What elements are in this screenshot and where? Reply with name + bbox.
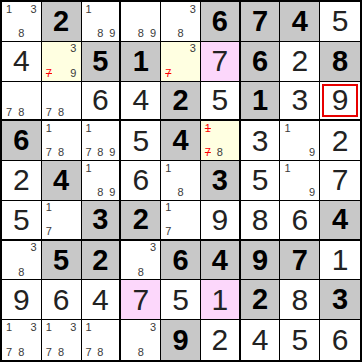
given-digit: 1	[252, 86, 268, 115]
cell-r2c6[interactable]: 7	[201, 42, 241, 82]
given-digit: 6	[252, 47, 268, 76]
given-digit: 2	[92, 246, 108, 275]
pencil-marks: 379	[43, 43, 80, 80]
given-digit: 5	[53, 246, 69, 275]
empty-candidate-slot	[174, 226, 186, 238]
solved-digit: 4	[13, 46, 30, 76]
empty-candidate-slot	[43, 135, 55, 147]
empty-candidate-slot	[174, 55, 186, 67]
cell-r9c9[interactable]: 6	[320, 320, 360, 360]
pencil-marks: 178	[43, 122, 80, 159]
empty-candidate-slot	[83, 15, 95, 27]
cell-r3c8[interactable]: 3	[280, 82, 320, 122]
empty-candidate-slot	[94, 334, 106, 347]
pencil-marks: 1378	[43, 321, 80, 359]
solved-digit: 6	[332, 325, 349, 355]
empty-candidate-slot	[187, 15, 199, 27]
given-digit: 4	[332, 205, 348, 234]
empty-candidate-slot	[174, 174, 186, 186]
empty-candidate-slot	[106, 3, 118, 15]
cell-r9c5[interactable]: 9	[161, 320, 201, 360]
cell-r5c3[interactable]: 189	[82, 161, 122, 201]
cell-r9c3[interactable]: 178	[82, 320, 122, 360]
solved-digit: 8	[252, 205, 269, 235]
empty-candidate-slot	[43, 334, 55, 347]
given-digit: 3	[212, 166, 228, 195]
cell-r7c7[interactable]: 9	[241, 241, 281, 281]
empty-candidate-slot	[28, 266, 40, 278]
cell-r3c2[interactable]: 78	[42, 82, 82, 122]
solved-digit: 3	[252, 126, 269, 156]
given-digit: 5	[92, 47, 108, 76]
solved-digit: 6	[291, 205, 308, 235]
cell-r3c3[interactable]: 6	[82, 82, 122, 122]
cell-r9c6[interactable]: 2	[201, 320, 241, 360]
empty-candidate-slot	[94, 122, 106, 134]
candidate-7: 7	[43, 346, 55, 359]
cell-r1c8[interactable]: 4	[280, 2, 320, 42]
empty-candidate-slot	[122, 28, 134, 40]
empty-candidate-slot	[67, 214, 79, 226]
empty-candidate-slot	[122, 3, 134, 15]
cell-r8c2[interactable]: 6	[42, 280, 82, 320]
cell-r1c7[interactable]: 7	[241, 2, 281, 42]
cell-r7c5[interactable]: 6	[161, 241, 201, 281]
empty-candidate-slot	[67, 122, 79, 134]
empty-candidate-slot	[187, 214, 199, 226]
candidate-9: 9	[106, 147, 118, 159]
empty-candidate-slot	[162, 214, 174, 226]
solved-digit: 5	[291, 325, 308, 355]
solved-digit: 4	[92, 285, 109, 315]
cell-r1c4[interactable]: 89	[121, 2, 161, 42]
empty-candidate-slot	[15, 3, 27, 15]
candidate-8: 8	[94, 187, 106, 199]
empty-candidate-slot	[147, 15, 159, 27]
empty-candidate-slot	[3, 242, 15, 254]
given-digit: 3	[332, 285, 348, 314]
solved-digit: 2	[13, 165, 30, 195]
given-digit: 6	[212, 7, 228, 36]
solved-digit: 2	[291, 46, 308, 76]
candidate-9: 9	[106, 28, 118, 40]
cell-r7c8[interactable]: 7	[280, 241, 320, 281]
empty-candidate-slot	[106, 346, 118, 359]
candidate-7: 7	[83, 147, 95, 159]
cell-r8c9[interactable]: 3	[320, 280, 360, 320]
cell-r8c7[interactable]: 2	[241, 280, 281, 320]
solved-digit: 6	[92, 85, 109, 115]
cell-r5c9[interactable]: 7	[320, 161, 360, 201]
cell-r5c7[interactable]: 5	[241, 161, 281, 201]
solved-digit: 2	[211, 325, 228, 355]
empty-candidate-slot	[94, 3, 106, 15]
empty-candidate-slot	[226, 147, 238, 159]
solved-digit: 5	[252, 165, 269, 195]
cell-r5c8[interactable]: 19	[280, 161, 320, 201]
empty-candidate-slot	[83, 187, 95, 199]
candidate-8: 8	[55, 147, 67, 159]
empty-candidate-slot	[43, 83, 55, 95]
cell-r2c1[interactable]: 4	[2, 42, 42, 82]
given-digit: 9	[252, 246, 268, 275]
cell-r3c5[interactable]: 2	[161, 82, 201, 122]
empty-candidate-slot	[135, 254, 147, 266]
empty-candidate-slot	[15, 334, 27, 347]
empty-candidate-slot	[67, 202, 79, 214]
candidate-8: 8	[94, 346, 106, 359]
cell-r8c1[interactable]: 9	[2, 280, 42, 320]
empty-candidate-slot	[67, 334, 79, 347]
solved-digit: 5	[13, 205, 30, 235]
cell-r9c4[interactable]: 38	[121, 320, 161, 360]
empty-candidate-slot	[28, 28, 40, 40]
given-digit: 9	[172, 326, 188, 355]
cell-r5c6[interactable]: 3	[201, 161, 241, 201]
solved-digit: 5	[211, 85, 228, 115]
pencil-marks: 38	[122, 321, 159, 359]
empty-candidate-slot	[174, 214, 186, 226]
empty-candidate-slot	[55, 43, 67, 55]
empty-candidate-slot	[294, 174, 306, 186]
pencil-marks: 78	[43, 83, 80, 119]
pencil-marks: 17	[162, 202, 199, 238]
empty-candidate-slot	[15, 242, 27, 254]
pencil-marks: 19	[281, 162, 318, 199]
cell-r3c7[interactable]: 1	[241, 82, 281, 122]
cell-r4c4[interactable]: 5	[121, 121, 161, 161]
empty-candidate-slot	[135, 242, 147, 254]
empty-candidate-slot	[15, 15, 27, 27]
empty-candidate-slot	[147, 254, 159, 266]
empty-candidate-slot	[3, 15, 15, 27]
candidate-9: 9	[306, 147, 318, 159]
empty-candidate-slot	[187, 202, 199, 214]
empty-candidate-slot	[306, 174, 318, 186]
cell-r7c2[interactable]: 5	[42, 241, 82, 281]
solved-digit: 7	[132, 285, 149, 315]
empty-candidate-slot	[147, 334, 159, 347]
cell-r8c5[interactable]: 5	[161, 280, 201, 320]
candidate-1: 1	[83, 162, 95, 174]
cell-r7c1[interactable]: 38	[2, 241, 42, 281]
empty-candidate-slot	[306, 162, 318, 174]
empty-candidate-slot	[122, 266, 134, 278]
empty-candidate-slot	[135, 321, 147, 334]
empty-candidate-slot	[15, 94, 27, 106]
empty-candidate-slot	[55, 122, 67, 134]
cell-r1c1[interactable]: 138	[2, 2, 42, 42]
empty-candidate-slot	[162, 3, 174, 15]
empty-candidate-slot	[122, 346, 134, 359]
empty-candidate-slot	[43, 55, 55, 67]
cell-r7c6[interactable]: 4	[201, 241, 241, 281]
candidate-3: 3	[147, 242, 159, 254]
empty-candidate-slot	[28, 94, 40, 106]
candidate-3: 3	[28, 242, 40, 254]
cell-r6c3[interactable]: 3	[82, 201, 122, 241]
cell-r9c2[interactable]: 1378	[42, 320, 82, 360]
empty-candidate-slot	[67, 55, 79, 67]
candidate-1: 1	[162, 162, 174, 174]
cell-r6c1[interactable]: 5	[2, 201, 42, 241]
cell-r6c2[interactable]: 17	[42, 201, 82, 241]
empty-candidate-slot	[174, 15, 186, 27]
empty-candidate-slot	[3, 28, 15, 40]
pencil-marks: 38	[162, 3, 199, 40]
cell-r8c3[interactable]: 4	[82, 280, 122, 320]
pencil-marks: 18	[162, 162, 199, 199]
empty-candidate-slot	[15, 321, 27, 334]
given-digit: 2	[172, 86, 188, 115]
empty-candidate-slot	[187, 187, 199, 199]
empty-candidate-slot	[55, 135, 67, 147]
cell-r2c7[interactable]: 6	[241, 42, 281, 82]
empty-candidate-slot	[28, 254, 40, 266]
candidate-1: 1	[162, 202, 174, 214]
given-digit: 2	[133, 205, 149, 234]
cell-r7c9[interactable]: 1	[320, 241, 360, 281]
cell-r3c6[interactable]: 5	[201, 82, 241, 122]
sudoku-board: 1382189893867454379513776287878642513961…	[0, 0, 362, 362]
empty-candidate-slot	[106, 174, 118, 186]
cell-r8c4[interactable]: 7	[121, 280, 161, 320]
empty-candidate-slot	[55, 83, 67, 95]
empty-candidate-slot	[15, 254, 27, 266]
cell-r8c6[interactable]: 1	[201, 280, 241, 320]
pencil-marks: 178	[83, 321, 119, 359]
candidate-8: 8	[15, 28, 27, 40]
empty-candidate-slot	[187, 55, 199, 67]
candidate-7: 7	[43, 226, 55, 238]
empty-candidate-slot	[94, 321, 106, 334]
empty-candidate-slot	[106, 321, 118, 334]
empty-candidate-slot	[55, 214, 67, 226]
empty-candidate-slot	[135, 334, 147, 347]
given-digit: 4	[292, 7, 308, 36]
empty-candidate-slot	[162, 187, 174, 199]
candidate-1: 1	[43, 202, 55, 214]
empty-candidate-slot	[43, 214, 55, 226]
empty-candidate-slot	[55, 94, 67, 106]
candidate-9: 9	[106, 187, 118, 199]
candidate-1: 1	[83, 122, 95, 134]
empty-candidate-slot	[83, 334, 95, 347]
empty-candidate-slot	[162, 174, 174, 186]
empty-candidate-slot	[122, 334, 134, 347]
candidate-1: 1	[3, 3, 15, 15]
solved-digit: 5	[172, 285, 189, 315]
eliminated-candidate-7: 7	[202, 147, 214, 159]
empty-candidate-slot	[15, 83, 27, 95]
candidate-7: 7	[43, 106, 55, 118]
candidate-1: 1	[3, 321, 15, 334]
cell-r4c7[interactable]: 3	[241, 121, 281, 161]
candidate-1: 1	[281, 162, 293, 174]
empty-candidate-slot	[94, 135, 106, 147]
cell-r2c2[interactable]: 379	[42, 42, 82, 82]
cell-r4c8[interactable]: 19	[280, 121, 320, 161]
empty-candidate-slot	[187, 174, 199, 186]
cell-r7c4[interactable]: 38	[121, 241, 161, 281]
candidate-8: 8	[174, 28, 186, 40]
empty-candidate-slot	[174, 43, 186, 55]
cell-r2c9[interactable]: 8	[320, 42, 360, 82]
empty-candidate-slot	[122, 15, 134, 27]
candidate-8: 8	[135, 346, 147, 359]
given-digit: 6	[13, 126, 29, 155]
cell-r4c5[interactable]: 4	[161, 121, 201, 161]
cell-r2c5[interactable]: 37	[161, 42, 201, 82]
cell-r5c2[interactable]: 4	[42, 161, 82, 201]
cell-r7c3[interactable]: 2	[82, 241, 122, 281]
given-digit: 1	[133, 47, 149, 76]
cell-r1c3[interactable]: 189	[82, 2, 122, 42]
empty-candidate-slot	[94, 162, 106, 174]
cell-r4c6[interactable]: 178	[201, 121, 241, 161]
empty-candidate-slot	[294, 147, 306, 159]
cell-r6c8[interactable]: 6	[280, 201, 320, 241]
empty-candidate-slot	[214, 122, 226, 134]
pencil-marks: 189	[83, 3, 119, 40]
cell-r6c5[interactable]: 17	[161, 201, 201, 241]
solved-digit: 4	[132, 85, 149, 115]
solved-digit: 9	[13, 285, 30, 315]
cell-r2c3[interactable]: 5	[82, 42, 122, 82]
candidate-1: 1	[281, 122, 293, 134]
given-digit: 3	[92, 205, 108, 234]
candidate-9: 9	[67, 67, 79, 79]
empty-candidate-slot	[147, 266, 159, 278]
cell-r4c2[interactable]: 178	[42, 121, 82, 161]
cell-r4c1[interactable]: 6	[2, 121, 42, 161]
empty-candidate-slot	[214, 135, 226, 147]
candidate-3: 3	[28, 321, 40, 334]
solved-digit: 5	[132, 126, 149, 156]
candidate-8: 8	[55, 346, 67, 359]
solved-digit: 6	[53, 285, 70, 315]
candidate-8: 8	[174, 187, 186, 199]
cell-r9c1[interactable]: 1378	[2, 320, 42, 360]
candidate-7: 7	[162, 226, 174, 238]
eliminated-candidate-7: 7	[162, 67, 174, 79]
empty-candidate-slot	[28, 83, 40, 95]
empty-candidate-slot	[55, 202, 67, 214]
solved-digit: 8	[291, 285, 308, 315]
empty-candidate-slot	[162, 43, 174, 55]
pencil-marks: 38	[3, 242, 40, 279]
cell-r2c8[interactable]: 2	[280, 42, 320, 82]
cell-r9c8[interactable]: 5	[280, 320, 320, 360]
candidate-1: 1	[83, 321, 95, 334]
cell-r1c5[interactable]: 38	[161, 2, 201, 42]
empty-candidate-slot	[67, 226, 79, 238]
candidate-7: 7	[3, 346, 15, 359]
empty-candidate-slot	[3, 83, 15, 95]
empty-candidate-slot	[147, 346, 159, 359]
empty-candidate-slot	[294, 135, 306, 147]
pencil-marks: 19	[281, 122, 318, 159]
solved-digit: 4	[252, 325, 269, 355]
cell-r5c4[interactable]: 6	[121, 161, 161, 201]
pencil-marks: 1789	[83, 122, 119, 159]
empty-candidate-slot	[162, 28, 174, 40]
cell-r2c4[interactable]: 1	[121, 42, 161, 82]
cell-r5c1[interactable]: 2	[2, 161, 42, 201]
candidate-1: 1	[83, 3, 95, 15]
solved-digit: 7	[211, 46, 228, 76]
solved-digit: 7	[332, 165, 349, 195]
empty-candidate-slot	[55, 321, 67, 334]
empty-candidate-slot	[306, 135, 318, 147]
cell-r3c1[interactable]: 78	[2, 82, 42, 122]
solved-digit: 1	[332, 245, 349, 275]
candidate-1: 1	[43, 321, 55, 334]
empty-candidate-slot	[135, 15, 147, 27]
cell-r1c9[interactable]: 5	[320, 2, 360, 42]
empty-candidate-slot	[187, 162, 199, 174]
cell-r4c9[interactable]: 2	[320, 121, 360, 161]
empty-candidate-slot	[3, 334, 15, 347]
empty-candidate-slot	[83, 28, 95, 40]
cell-r6c7[interactable]: 8	[241, 201, 281, 241]
candidate-8: 8	[15, 106, 27, 118]
empty-candidate-slot	[55, 67, 67, 79]
cell-r9c7[interactable]: 4	[241, 320, 281, 360]
cell-r1c6[interactable]: 6	[201, 2, 241, 42]
candidate-3: 3	[67, 43, 79, 55]
pencil-marks: 37	[162, 43, 199, 80]
empty-candidate-slot	[83, 135, 95, 147]
given-digit: 4	[212, 246, 228, 275]
empty-candidate-slot	[147, 3, 159, 15]
candidate-8: 8	[135, 266, 147, 278]
candidate-8: 8	[214, 147, 226, 159]
empty-candidate-slot	[55, 226, 67, 238]
empty-candidate-slot	[226, 135, 238, 147]
empty-candidate-slot	[135, 3, 147, 15]
cell-r6c6[interactable]: 9	[201, 201, 241, 241]
empty-candidate-slot	[174, 67, 186, 79]
empty-candidate-slot	[187, 67, 199, 79]
pencil-marks: 89	[122, 3, 159, 40]
cell-r8c8[interactable]: 8	[280, 280, 320, 320]
empty-candidate-slot	[28, 346, 40, 359]
solved-digit: 9	[211, 205, 228, 235]
cell-r3c9[interactable]: 9	[320, 82, 360, 122]
empty-candidate-slot	[122, 321, 134, 334]
candidate-3: 3	[147, 321, 159, 334]
cell-r6c4[interactable]: 2	[121, 201, 161, 241]
empty-candidate-slot	[306, 122, 318, 134]
candidate-8: 8	[94, 28, 106, 40]
cell-r4c3[interactable]: 1789	[82, 121, 122, 161]
solved-digit: 2	[332, 126, 349, 156]
empty-candidate-slot	[67, 106, 79, 118]
candidate-8: 8	[15, 346, 27, 359]
empty-candidate-slot	[106, 334, 118, 347]
cell-r6c9[interactable]: 4	[320, 201, 360, 241]
cell-r1c2[interactable]: 2	[42, 2, 82, 42]
empty-candidate-slot	[294, 187, 306, 199]
empty-candidate-slot	[55, 334, 67, 347]
candidate-9: 9	[147, 28, 159, 40]
cell-r3c4[interactable]: 4	[121, 82, 161, 122]
given-digit: 4	[172, 126, 188, 155]
cell-r5c5[interactable]: 18	[161, 161, 201, 201]
candidate-8: 8	[15, 266, 27, 278]
empty-candidate-slot	[3, 254, 15, 266]
